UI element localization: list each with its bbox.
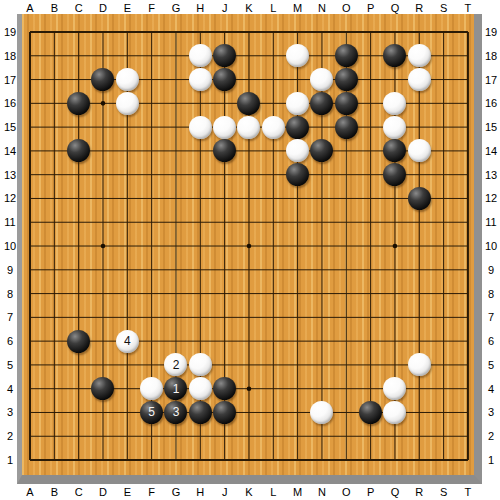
coord-number-right-4: 4 bbox=[488, 383, 494, 394]
coord-number-right-7: 7 bbox=[488, 312, 494, 323]
coord-number-left-4: 4 bbox=[7, 383, 13, 394]
coord-letter-top-M: M bbox=[293, 3, 302, 14]
coord-letter-bottom-B: B bbox=[51, 487, 58, 498]
coord-number-left-11: 11 bbox=[4, 217, 15, 228]
coord-number-left-19: 19 bbox=[4, 27, 16, 38]
coord-letter-top-B: B bbox=[51, 3, 58, 14]
white-stone-M16[interactable] bbox=[286, 92, 309, 115]
star-point-Q10 bbox=[393, 244, 398, 249]
star-point-D10 bbox=[101, 244, 106, 249]
move-number-label: 3 bbox=[173, 406, 180, 418]
coord-number-right-17: 17 bbox=[485, 74, 497, 85]
coord-letter-top-P: P bbox=[367, 3, 374, 14]
coord-number-left-5: 5 bbox=[7, 359, 13, 370]
coord-number-left-15: 15 bbox=[4, 122, 16, 133]
coord-letter-bottom-O: O bbox=[342, 487, 351, 498]
star-point-D16 bbox=[101, 101, 106, 106]
white-stone-H4[interactable] bbox=[189, 377, 212, 400]
black-stone-C6[interactable] bbox=[67, 330, 90, 353]
coord-number-left-8: 8 bbox=[7, 288, 13, 299]
coord-number-right-16: 16 bbox=[485, 98, 497, 109]
coord-number-right-13: 13 bbox=[485, 169, 497, 180]
white-stone-Q15[interactable] bbox=[383, 116, 406, 139]
white-stone-L15[interactable] bbox=[262, 116, 285, 139]
coord-letter-bottom-J: J bbox=[222, 487, 228, 498]
coord-number-left-17: 17 bbox=[4, 74, 16, 85]
coord-letter-bottom-G: G bbox=[172, 487, 181, 498]
white-stone-R18[interactable] bbox=[408, 44, 431, 67]
coord-number-right-5: 5 bbox=[488, 359, 494, 370]
white-stone-E6-move-4[interactable]: 4 bbox=[116, 330, 139, 353]
coord-letter-top-J: J bbox=[222, 3, 228, 14]
coord-number-right-10: 10 bbox=[485, 241, 497, 252]
grid-lines bbox=[22, 14, 474, 475]
coord-letter-bottom-R: R bbox=[415, 487, 423, 498]
white-stone-R17[interactable] bbox=[408, 68, 431, 91]
black-stone-P3[interactable] bbox=[359, 401, 382, 424]
white-stone-E16[interactable] bbox=[116, 92, 139, 115]
coord-number-left-16: 16 bbox=[4, 98, 16, 109]
black-stone-F3-move-5[interactable]: 5 bbox=[140, 401, 163, 424]
white-stone-E17[interactable] bbox=[116, 68, 139, 91]
coord-number-right-9: 9 bbox=[488, 264, 494, 275]
coord-letter-bottom-K: K bbox=[245, 487, 252, 498]
goban[interactable]: 42153 bbox=[17, 14, 482, 484]
coord-number-left-1: 1 bbox=[7, 455, 13, 466]
coord-letter-bottom-A: A bbox=[26, 487, 33, 498]
coord-letter-bottom-L: L bbox=[270, 487, 276, 498]
move-number-label: 2 bbox=[173, 359, 180, 371]
coord-number-left-14: 14 bbox=[4, 145, 16, 156]
coord-letter-bottom-E: E bbox=[124, 487, 131, 498]
coord-letter-top-A: A bbox=[26, 3, 33, 14]
coord-number-right-18: 18 bbox=[485, 50, 497, 61]
coord-number-left-12: 12 bbox=[4, 193, 16, 204]
coord-number-right-1: 1 bbox=[488, 455, 494, 466]
coord-number-right-11: 11 bbox=[485, 217, 496, 228]
black-stone-O18[interactable] bbox=[335, 44, 358, 67]
coord-number-right-12: 12 bbox=[485, 193, 497, 204]
star-point-K4 bbox=[247, 386, 252, 391]
coord-number-left-3: 3 bbox=[7, 407, 13, 418]
black-stone-R12[interactable] bbox=[408, 187, 431, 210]
black-stone-O15[interactable] bbox=[335, 116, 358, 139]
coord-letter-top-D: D bbox=[99, 3, 107, 14]
coord-number-left-18: 18 bbox=[4, 50, 16, 61]
coord-letter-bottom-M: M bbox=[293, 487, 302, 498]
coord-letter-top-E: E bbox=[124, 3, 131, 14]
coord-letter-top-G: G bbox=[172, 3, 181, 14]
move-number-label: 1 bbox=[173, 383, 180, 395]
coord-letter-bottom-P: P bbox=[367, 487, 374, 498]
coord-number-left-10: 10 bbox=[4, 241, 16, 252]
coord-number-right-19: 19 bbox=[485, 27, 497, 38]
black-stone-O17[interactable] bbox=[335, 68, 358, 91]
move-number-label: 5 bbox=[148, 406, 155, 418]
coord-letter-top-O: O bbox=[342, 3, 351, 14]
coord-letter-top-K: K bbox=[245, 3, 252, 14]
coord-letter-bottom-C: C bbox=[75, 487, 83, 498]
black-stone-M15[interactable] bbox=[286, 116, 309, 139]
black-stone-J3[interactable] bbox=[213, 401, 236, 424]
white-stone-J15[interactable] bbox=[213, 116, 236, 139]
coord-number-right-6: 6 bbox=[488, 336, 494, 347]
coord-number-right-15: 15 bbox=[485, 122, 497, 133]
coord-number-right-3: 3 bbox=[488, 407, 494, 418]
coord-letter-bottom-N: N bbox=[318, 487, 326, 498]
black-stone-C16[interactable] bbox=[67, 92, 90, 115]
coord-letter-top-S: S bbox=[440, 3, 447, 14]
coord-letter-bottom-T: T bbox=[465, 487, 472, 498]
coord-number-right-14: 14 bbox=[485, 145, 497, 156]
white-stone-R14[interactable] bbox=[408, 139, 431, 162]
white-stone-H15[interactable] bbox=[189, 116, 212, 139]
coord-letter-top-C: C bbox=[75, 3, 83, 14]
coord-letter-bottom-S: S bbox=[440, 487, 447, 498]
coord-number-left-9: 9 bbox=[7, 264, 13, 275]
coord-letter-top-T: T bbox=[465, 3, 472, 14]
coord-letter-top-F: F bbox=[148, 3, 155, 14]
coord-number-right-8: 8 bbox=[488, 288, 494, 299]
coord-number-left-7: 7 bbox=[7, 312, 13, 323]
coord-letter-bottom-H: H bbox=[196, 487, 204, 498]
white-stone-H18[interactable] bbox=[189, 44, 212, 67]
white-stone-H17[interactable] bbox=[189, 68, 212, 91]
coord-letter-bottom-Q: Q bbox=[391, 487, 400, 498]
coord-letter-top-H: H bbox=[196, 3, 204, 14]
go-board-screen: ABCDEFGHJKLMNOPQRST ABCDEFGHJKLMNOPQRST … bbox=[0, 0, 500, 500]
coord-letter-top-L: L bbox=[270, 3, 276, 14]
coord-number-left-13: 13 bbox=[4, 169, 16, 180]
coord-number-right-2: 2 bbox=[488, 431, 494, 442]
black-stone-O16[interactable] bbox=[335, 92, 358, 115]
coord-number-left-2: 2 bbox=[7, 431, 13, 442]
move-number-label: 4 bbox=[124, 335, 131, 347]
coord-letter-top-R: R bbox=[415, 3, 423, 14]
coord-letter-top-N: N bbox=[318, 3, 326, 14]
white-stone-K15[interactable] bbox=[237, 116, 260, 139]
star-point-K10 bbox=[247, 244, 252, 249]
coord-letter-bottom-D: D bbox=[99, 487, 107, 498]
coord-letter-bottom-F: F bbox=[148, 487, 155, 498]
black-stone-H3[interactable] bbox=[189, 401, 212, 424]
coord-number-left-6: 6 bbox=[7, 336, 13, 347]
coord-letter-top-Q: Q bbox=[391, 3, 400, 14]
